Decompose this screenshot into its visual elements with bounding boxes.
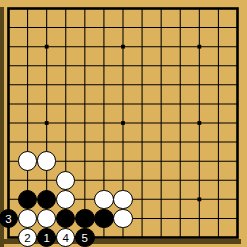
move-number: 3	[5, 213, 11, 225]
hoshi-star-point	[121, 45, 125, 49]
go-board: 32145	[0, 0, 247, 247]
stone-black-col5-row12	[75, 209, 94, 228]
hoshi-star-point	[197, 121, 201, 125]
stone-white-col7-row11	[113, 190, 132, 209]
hoshi-star-point	[197, 45, 201, 49]
stone-black-col5-row13: 5	[75, 228, 94, 247]
stone-white-col6-row11	[94, 190, 113, 209]
hoshi-star-point	[45, 45, 49, 49]
move-number: 4	[63, 232, 69, 244]
stone-white-col2-row9	[18, 151, 37, 170]
move-number: 1	[43, 232, 49, 244]
hoshi-star-point	[197, 197, 201, 201]
move-number: 2	[24, 232, 30, 244]
stone-white-col7-row12	[113, 209, 132, 228]
move-number: 5	[82, 232, 88, 244]
hoshi-star-point	[121, 121, 125, 125]
stone-black-col6-row12	[94, 209, 113, 228]
hoshi-star-point	[45, 121, 49, 125]
stone-white-col3-row9	[37, 151, 56, 170]
